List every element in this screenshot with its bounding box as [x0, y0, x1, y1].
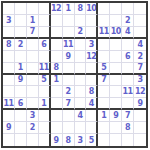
- cell-r10c12[interactable]: [134, 110, 146, 122]
- cell-r12c12[interactable]: [134, 134, 146, 146]
- cell-r2c3[interactable]: 1: [27, 15, 39, 27]
- cell-r7c12[interactable]: 3: [134, 75, 146, 87]
- cell-r6c6[interactable]: [63, 63, 75, 75]
- cell-r12c5[interactable]: 9: [51, 134, 63, 146]
- cell-r6c12[interactable]: 7: [134, 63, 146, 75]
- cell-r1c10[interactable]: [110, 3, 122, 15]
- cell-r7c6[interactable]: [63, 75, 75, 87]
- cell-r7c4[interactable]: 5: [39, 75, 51, 87]
- cell-r8c3[interactable]: [27, 86, 39, 98]
- cell-r2c4[interactable]: [39, 15, 51, 27]
- cell-r2c6[interactable]: [63, 15, 75, 27]
- cell-r6c8[interactable]: [86, 63, 98, 75]
- cell-r1c1[interactable]: [3, 3, 15, 15]
- cell-r4c6[interactable]: 11: [63, 39, 75, 51]
- cell-r2c10[interactable]: [110, 15, 122, 27]
- cell-r9c4[interactable]: 1: [39, 98, 51, 110]
- cell-r7c8[interactable]: [86, 75, 98, 87]
- cell-r10c7[interactable]: 4: [75, 110, 87, 122]
- cell-r11c7[interactable]: [75, 122, 87, 134]
- cell-r7c1[interactable]: [3, 75, 15, 87]
- cell-r1c11[interactable]: [122, 3, 134, 15]
- cell-r12c7[interactable]: 3: [75, 134, 87, 146]
- cell-r3c4[interactable]: [39, 27, 51, 39]
- cell-r6c5[interactable]: 8: [51, 63, 63, 75]
- cell-r2c11[interactable]: 2: [122, 15, 134, 27]
- cell-r3c3[interactable]: 7: [27, 27, 39, 39]
- cell-r2c7[interactable]: [75, 15, 87, 27]
- cell-r7c10[interactable]: [110, 75, 122, 87]
- cell-r10c9[interactable]: 1: [98, 110, 110, 122]
- cell-r1c2[interactable]: [15, 3, 27, 15]
- cell-r6c3[interactable]: [27, 63, 39, 75]
- cell-r3c1[interactable]: [3, 27, 15, 39]
- cell-r10c8[interactable]: [86, 110, 98, 122]
- cell-r5c7[interactable]: [75, 51, 87, 63]
- cell-r2c5[interactable]: [51, 15, 63, 27]
- cell-r12c2[interactable]: [15, 134, 27, 146]
- cell-r3c10[interactable]: 10: [110, 27, 122, 39]
- cell-r10c2[interactable]: [15, 110, 27, 122]
- cell-r4c11[interactable]: [122, 39, 134, 51]
- cell-r1c7[interactable]: 8: [75, 3, 87, 15]
- cell-r3c11[interactable]: 4: [122, 27, 134, 39]
- cell-r12c10[interactable]: [110, 134, 122, 146]
- cell-r7c5[interactable]: 1: [51, 75, 63, 87]
- cell-r11c9[interactable]: [98, 122, 110, 134]
- cell-r5c9[interactable]: [98, 51, 110, 63]
- cell-r9c11[interactable]: [122, 98, 134, 110]
- cell-r5c11[interactable]: 6: [122, 51, 134, 63]
- cell-r4c4[interactable]: 6: [39, 39, 51, 51]
- cell-r4c2[interactable]: 2: [15, 39, 27, 51]
- cell-r12c3[interactable]: [27, 134, 39, 146]
- cell-r10c1[interactable]: [3, 110, 15, 122]
- cell-r9c9[interactable]: [98, 98, 110, 110]
- cell-r10c10[interactable]: 9: [110, 110, 122, 122]
- cell-r12c8[interactable]: 5: [86, 134, 98, 146]
- cell-r6c10[interactable]: [110, 63, 122, 75]
- cell-r8c6[interactable]: 2: [63, 86, 75, 98]
- cell-r9c1[interactable]: 11: [3, 98, 15, 110]
- cell-r12c1[interactable]: [3, 134, 15, 146]
- cell-r1c6[interactable]: 1: [63, 3, 75, 15]
- cell-r8c8[interactable]: 8: [86, 86, 98, 98]
- cell-r9c6[interactable]: 7: [63, 98, 75, 110]
- cell-r7c2[interactable]: 9: [15, 75, 27, 87]
- cell-r5c3[interactable]: [27, 51, 39, 63]
- cell-r6c11[interactable]: [122, 63, 134, 75]
- cell-r5c1[interactable]: [3, 51, 15, 63]
- cell-r2c2[interactable]: [15, 15, 27, 27]
- cell-r12c4[interactable]: [39, 134, 51, 146]
- cell-r7c11[interactable]: [122, 75, 134, 87]
- cell-r5c4[interactable]: [39, 51, 51, 63]
- cell-r9c10[interactable]: [110, 98, 122, 110]
- cell-r10c5[interactable]: [51, 110, 63, 122]
- cell-r4c10[interactable]: [110, 39, 122, 51]
- cell-r7c7[interactable]: [75, 75, 87, 87]
- cell-r2c8[interactable]: [86, 15, 98, 27]
- cell-r5c2[interactable]: [15, 51, 27, 63]
- cell-r5c6[interactable]: 9: [63, 51, 75, 63]
- cell-r11c3[interactable]: 2: [27, 122, 39, 134]
- cell-r5c10[interactable]: [110, 51, 122, 63]
- cell-r3c8[interactable]: [86, 27, 98, 39]
- cell-r6c2[interactable]: 1: [15, 63, 27, 75]
- cell-r7c9[interactable]: 7: [98, 75, 110, 87]
- sudoku-board: 1218103127211104826113491262111857951732…: [1, 1, 148, 148]
- cell-r8c11[interactable]: 11: [122, 86, 134, 98]
- cell-r3c2[interactable]: [15, 27, 27, 39]
- cell-r11c4[interactable]: [39, 122, 51, 134]
- cell-r8c7[interactable]: [75, 86, 87, 98]
- cell-r10c11[interactable]: 7: [122, 110, 134, 122]
- cell-r4c5[interactable]: [51, 39, 63, 51]
- cell-r11c5[interactable]: [51, 122, 63, 134]
- cell-r3c5[interactable]: [51, 27, 63, 39]
- cell-r6c1[interactable]: [3, 63, 15, 75]
- cell-r4c12[interactable]: 4: [134, 39, 146, 51]
- cell-r11c1[interactable]: 9: [3, 122, 15, 134]
- cell-r8c2[interactable]: [15, 86, 27, 98]
- cell-r10c3[interactable]: 3: [27, 110, 39, 122]
- cell-r8c12[interactable]: 12: [134, 86, 146, 98]
- cell-r9c5[interactable]: [51, 98, 63, 110]
- cell-r12c6[interactable]: 8: [63, 134, 75, 146]
- cell-r2c9[interactable]: [98, 15, 110, 27]
- cell-r8c10[interactable]: [110, 86, 122, 98]
- cell-r4c7[interactable]: [75, 39, 87, 51]
- cell-r12c9[interactable]: [98, 134, 110, 146]
- cell-r9c12[interactable]: 9: [134, 98, 146, 110]
- cell-r6c4[interactable]: 11: [39, 63, 51, 75]
- cell-r1c5[interactable]: 12: [51, 3, 63, 15]
- cell-r11c12[interactable]: [134, 122, 146, 134]
- cell-r6c7[interactable]: [75, 63, 87, 75]
- cell-r10c6[interactable]: [63, 110, 75, 122]
- cell-r12c11[interactable]: [122, 134, 134, 146]
- cell-r3c7[interactable]: 2: [75, 27, 87, 39]
- cell-r3c6[interactable]: [63, 27, 75, 39]
- cell-r3c12[interactable]: [134, 27, 146, 39]
- cell-r1c3[interactable]: [27, 3, 39, 15]
- cell-r1c4[interactable]: [39, 3, 51, 15]
- cell-r1c8[interactable]: 10: [86, 3, 98, 15]
- cell-r5c12[interactable]: 2: [134, 51, 146, 63]
- cell-r8c4[interactable]: [39, 86, 51, 98]
- cell-r2c12[interactable]: [134, 15, 146, 27]
- cell-r8c5[interactable]: [51, 86, 63, 98]
- cell-r9c3[interactable]: [27, 98, 39, 110]
- cell-r11c11[interactable]: 8: [122, 122, 134, 134]
- cell-r11c6[interactable]: [63, 122, 75, 134]
- cell-r4c8[interactable]: 3: [86, 39, 98, 51]
- cell-r8c9[interactable]: [98, 86, 110, 98]
- cell-r4c1[interactable]: 8: [3, 39, 15, 51]
- cell-r2c1[interactable]: 3: [3, 15, 15, 27]
- cell-r6c9[interactable]: 5: [98, 63, 110, 75]
- cell-r11c8[interactable]: [86, 122, 98, 134]
- cell-r5c8[interactable]: 12: [86, 51, 98, 63]
- cell-r10c4[interactable]: [39, 110, 51, 122]
- cell-r9c7[interactable]: [75, 98, 87, 110]
- cell-r9c2[interactable]: 6: [15, 98, 27, 110]
- cell-r4c9[interactable]: [98, 39, 110, 51]
- cell-r3c9[interactable]: 11: [98, 27, 110, 39]
- cell-r1c9[interactable]: [98, 3, 110, 15]
- cell-r9c8[interactable]: 4: [86, 98, 98, 110]
- cell-r7c3[interactable]: [27, 75, 39, 87]
- cell-r4c3[interactable]: [27, 39, 39, 51]
- cell-r1c12[interactable]: [134, 3, 146, 15]
- cell-r5c5[interactable]: [51, 51, 63, 63]
- cell-r8c1[interactable]: [3, 86, 15, 98]
- cell-r11c10[interactable]: [110, 122, 122, 134]
- cell-r11c2[interactable]: [15, 122, 27, 134]
